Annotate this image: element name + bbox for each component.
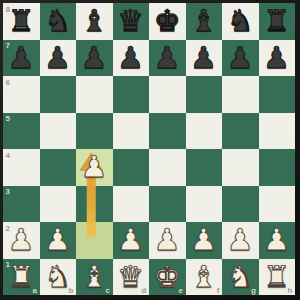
square-f1[interactable]: f♝: [186, 259, 223, 296]
square-f6[interactable]: [186, 76, 223, 113]
square-h7[interactable]: ♟: [259, 40, 296, 77]
square-a6[interactable]: 6: [3, 76, 40, 113]
square-e5[interactable]: [149, 113, 186, 150]
square-d8[interactable]: ♛: [113, 3, 150, 40]
black-pawn-icon[interactable]: ♟: [227, 43, 254, 73]
white-bishop-icon[interactable]: ♝: [190, 262, 217, 292]
white-pawn-icon[interactable]: ♟: [117, 225, 144, 255]
square-d3[interactable]: [113, 186, 150, 223]
black-pawn-icon[interactable]: ♟: [154, 43, 181, 73]
square-h6[interactable]: [259, 76, 296, 113]
square-g1[interactable]: g♞: [222, 259, 259, 296]
black-pawn-icon[interactable]: ♟: [44, 43, 71, 73]
square-e4[interactable]: [149, 149, 186, 186]
square-a4[interactable]: 4: [3, 149, 40, 186]
square-d1[interactable]: d♛: [113, 259, 150, 296]
white-knight-icon[interactable]: ♞: [227, 262, 254, 292]
square-h3[interactable]: [259, 186, 296, 223]
white-queen-icon[interactable]: ♛: [117, 262, 144, 292]
square-c3[interactable]: [76, 186, 113, 223]
rank-label-5: 5: [6, 114, 10, 123]
black-queen-icon[interactable]: ♛: [117, 6, 144, 36]
square-h1[interactable]: h♜: [259, 259, 296, 296]
square-b4[interactable]: [40, 149, 77, 186]
square-g8[interactable]: ♞: [222, 3, 259, 40]
square-g5[interactable]: [222, 113, 259, 150]
square-e7[interactable]: ♟: [149, 40, 186, 77]
square-h8[interactable]: ♜: [259, 3, 296, 40]
white-pawn-icon[interactable]: ♟: [44, 225, 71, 255]
black-king-icon[interactable]: ♚: [154, 6, 181, 36]
square-c6[interactable]: [76, 76, 113, 113]
black-rook-icon[interactable]: ♜: [8, 6, 35, 36]
black-pawn-icon[interactable]: ♟: [263, 43, 290, 73]
black-rook-icon[interactable]: ♜: [263, 6, 290, 36]
black-pawn-icon[interactable]: ♟: [81, 43, 108, 73]
square-e1[interactable]: e♚: [149, 259, 186, 296]
white-rook-icon[interactable]: ♜: [8, 262, 35, 292]
square-b7[interactable]: ♟: [40, 40, 77, 77]
white-king-icon[interactable]: ♚: [154, 262, 181, 292]
square-d2[interactable]: ♟: [113, 222, 150, 259]
rank-label-3: 3: [6, 187, 10, 196]
white-pawn-icon[interactable]: ♟: [81, 152, 108, 182]
square-b2[interactable]: ♟: [40, 222, 77, 259]
square-g6[interactable]: [222, 76, 259, 113]
square-f7[interactable]: ♟: [186, 40, 223, 77]
white-rook-icon[interactable]: ♜: [263, 262, 290, 292]
square-d6[interactable]: [113, 76, 150, 113]
square-g3[interactable]: [222, 186, 259, 223]
square-d5[interactable]: [113, 113, 150, 150]
square-g7[interactable]: ♟: [222, 40, 259, 77]
black-bishop-icon[interactable]: ♝: [81, 6, 108, 36]
square-a5[interactable]: 5: [3, 113, 40, 150]
square-a8[interactable]: 8♜: [3, 3, 40, 40]
square-c7[interactable]: ♟: [76, 40, 113, 77]
square-a1[interactable]: 1a♜: [3, 259, 40, 296]
square-b6[interactable]: [40, 76, 77, 113]
square-h5[interactable]: [259, 113, 296, 150]
white-pawn-icon[interactable]: ♟: [8, 225, 35, 255]
rank-label-4: 4: [6, 151, 10, 160]
white-pawn-icon[interactable]: ♟: [227, 225, 254, 255]
white-knight-icon[interactable]: ♞: [44, 262, 71, 292]
black-pawn-icon[interactable]: ♟: [190, 43, 217, 73]
file-label-f: f: [217, 286, 220, 295]
square-h4[interactable]: [259, 149, 296, 186]
square-f5[interactable]: [186, 113, 223, 150]
square-a2[interactable]: 2♟: [3, 222, 40, 259]
black-pawn-icon[interactable]: ♟: [8, 43, 35, 73]
square-c8[interactable]: ♝: [76, 3, 113, 40]
square-f3[interactable]: [186, 186, 223, 223]
square-g2[interactable]: ♟: [222, 222, 259, 259]
black-knight-icon[interactable]: ♞: [227, 6, 254, 36]
square-f2[interactable]: ♟: [186, 222, 223, 259]
square-c2[interactable]: [76, 222, 113, 259]
rank-label-6: 6: [6, 78, 10, 87]
square-d7[interactable]: ♟: [113, 40, 150, 77]
square-e3[interactable]: [149, 186, 186, 223]
square-g4[interactable]: [222, 149, 259, 186]
square-b5[interactable]: [40, 113, 77, 150]
square-e8[interactable]: ♚: [149, 3, 186, 40]
white-bishop-icon[interactable]: ♝: [81, 262, 108, 292]
square-e2[interactable]: ♟: [149, 222, 186, 259]
white-pawn-icon[interactable]: ♟: [190, 225, 217, 255]
square-a7[interactable]: 7♟: [3, 40, 40, 77]
square-c4[interactable]: ♟: [76, 149, 113, 186]
black-pawn-icon[interactable]: ♟: [117, 43, 144, 73]
square-c5[interactable]: [76, 113, 113, 150]
white-pawn-icon[interactable]: ♟: [263, 225, 290, 255]
square-b1[interactable]: b♞: [40, 259, 77, 296]
white-pawn-icon[interactable]: ♟: [154, 225, 181, 255]
square-h2[interactable]: ♟: [259, 222, 296, 259]
black-knight-icon[interactable]: ♞: [44, 6, 71, 36]
chess-board-frame: 8♜♞♝♛♚♝♞♜7♟♟♟♟♟♟♟♟654♟32♟♟♟♟♟♟♟1a♜b♞c♝d♛…: [0, 0, 300, 300]
chess-board: 8♜♞♝♛♚♝♞♜7♟♟♟♟♟♟♟♟654♟32♟♟♟♟♟♟♟1a♜b♞c♝d♛…: [3, 3, 295, 295]
square-c1[interactable]: c♝: [76, 259, 113, 296]
black-bishop-icon[interactable]: ♝: [190, 6, 217, 36]
square-f4[interactable]: [186, 149, 223, 186]
square-e6[interactable]: [149, 76, 186, 113]
square-b8[interactable]: ♞: [40, 3, 77, 40]
square-a3[interactable]: 3: [3, 186, 40, 223]
square-f8[interactable]: ♝: [186, 3, 223, 40]
square-b3[interactable]: [40, 186, 77, 223]
square-d4[interactable]: [113, 149, 150, 186]
